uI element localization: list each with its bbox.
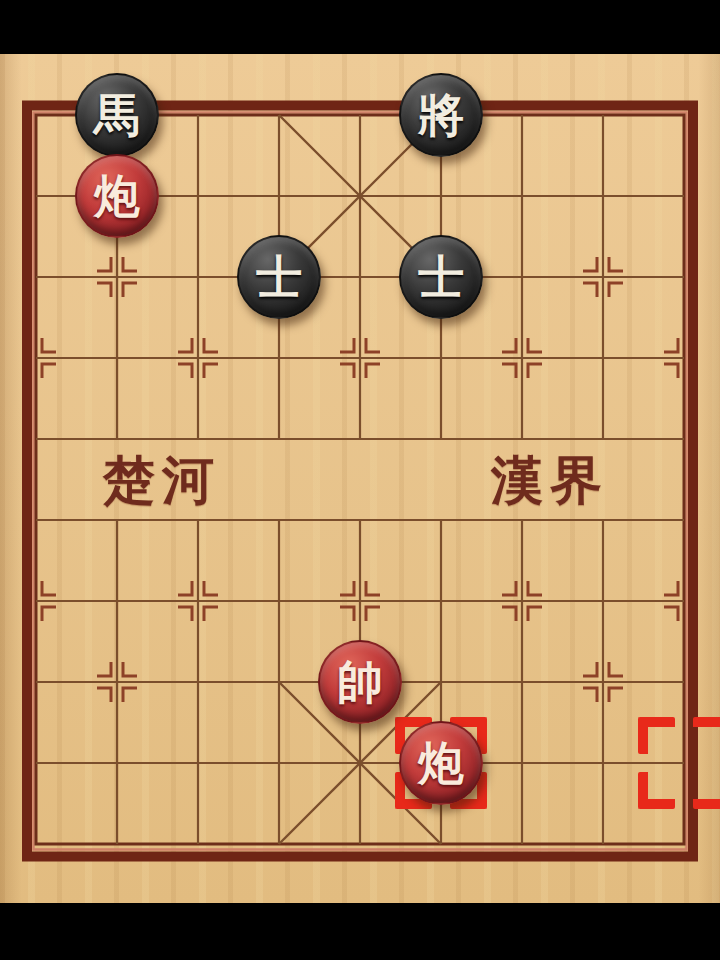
piece-black-advisor[interactable]: 士 — [399, 235, 483, 319]
piece-label: 將 — [418, 92, 464, 138]
xiangqi-board[interactable]: 馬將炮士士帥炮 — [0, 75, 720, 885]
piece-label: 馬 — [94, 92, 140, 138]
piece-label: 士 — [418, 254, 464, 300]
piece-red-general[interactable]: 帥 — [318, 640, 402, 724]
piece-red-cannon[interactable]: 炮 — [399, 721, 483, 805]
letterbox-bottom — [0, 903, 720, 960]
piece-label: 帥 — [337, 659, 383, 705]
piece-label: 炮 — [94, 173, 140, 219]
letterbox-top — [0, 0, 720, 54]
piece-label: 士 — [256, 254, 302, 300]
piece-label: 炮 — [418, 740, 464, 786]
piece-black-general[interactable]: 將 — [399, 73, 483, 157]
piece-black-advisor[interactable]: 士 — [237, 235, 321, 319]
piece-black-horse[interactable]: 馬 — [75, 73, 159, 157]
piece-red-cannon[interactable]: 炮 — [75, 154, 159, 238]
xiangqi-game-screen: 楚河 漢界 馬將炮士士帥炮 — [0, 0, 720, 960]
